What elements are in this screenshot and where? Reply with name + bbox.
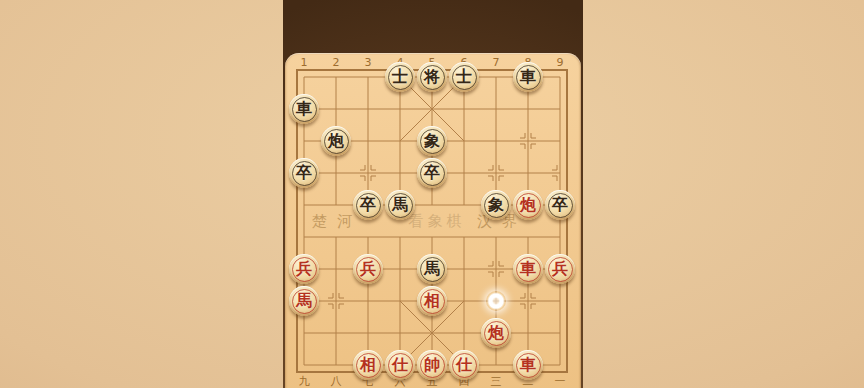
piece-glyph: 車 bbox=[520, 357, 536, 373]
piece-black-馬-4x4[interactable]: 馬 bbox=[385, 190, 415, 220]
piece-black-炮-2x2[interactable]: 炮 bbox=[321, 126, 351, 156]
piece-glyph: 馬 bbox=[392, 197, 408, 213]
piece-glyph: 車 bbox=[520, 261, 536, 277]
piece-black-象-7x4[interactable]: 象 bbox=[481, 190, 511, 220]
piece-glyph: 兵 bbox=[296, 261, 312, 277]
piece-red-炮-8x4[interactable]: 炮 bbox=[513, 190, 543, 220]
piece-glyph: 馬 bbox=[424, 261, 440, 277]
piece-glyph: 卒 bbox=[424, 165, 440, 181]
piece-red-炮-7x8[interactable]: 炮 bbox=[481, 318, 511, 348]
piece-glyph: 仕 bbox=[392, 357, 408, 373]
piece-glyph: 兵 bbox=[360, 261, 376, 277]
piece-black-卒-9x4[interactable]: 卒 bbox=[545, 190, 575, 220]
piece-glyph: 相 bbox=[424, 293, 440, 309]
piece-glyph: 炮 bbox=[328, 133, 344, 149]
app-screenshot: 1 2 3 4 5 6 7 8 9 九 八 七 六 五 四 三 二 一 楚河 汉… bbox=[283, 0, 583, 388]
move-indicator-dot[interactable] bbox=[486, 291, 506, 311]
piece-black-士-6x0[interactable]: 士 bbox=[449, 62, 479, 92]
piece-glyph: 仕 bbox=[456, 357, 472, 373]
piece-black-卒-5x3[interactable]: 卒 bbox=[417, 158, 447, 188]
piece-glyph: 卒 bbox=[552, 197, 568, 213]
piece-glyph: 兵 bbox=[552, 261, 568, 277]
piece-glyph: 将 bbox=[424, 69, 440, 85]
piece-red-車-8x9[interactable]: 車 bbox=[513, 350, 543, 380]
piece-glyph: 炮 bbox=[520, 197, 536, 213]
piece-red-帥-5x9[interactable]: 帥 bbox=[417, 350, 447, 380]
piece-glyph: 士 bbox=[456, 69, 472, 85]
piece-black-車-8x0[interactable]: 車 bbox=[513, 62, 543, 92]
piece-red-兵-3x6[interactable]: 兵 bbox=[353, 254, 383, 284]
piece-glyph: 卒 bbox=[360, 197, 376, 213]
pieces-layer: 士将士車車炮象卒卒卒馬象炮卒兵兵馬車兵馬相炮相仕帥仕車 bbox=[285, 53, 581, 388]
piece-red-仕-4x9[interactable]: 仕 bbox=[385, 350, 415, 380]
piece-black-象-5x2[interactable]: 象 bbox=[417, 126, 447, 156]
piece-red-仕-6x9[interactable]: 仕 bbox=[449, 350, 479, 380]
piece-glyph: 象 bbox=[424, 133, 440, 149]
piece-glyph: 車 bbox=[296, 101, 312, 117]
piece-black-将-5x0[interactable]: 将 bbox=[417, 62, 447, 92]
piece-black-卒-1x3[interactable]: 卒 bbox=[289, 158, 319, 188]
piece-red-馬-1x7[interactable]: 馬 bbox=[289, 286, 319, 316]
piece-glyph: 炮 bbox=[488, 325, 504, 341]
piece-glyph: 車 bbox=[520, 69, 536, 85]
piece-glyph: 象 bbox=[488, 197, 504, 213]
page-background: 1 2 3 4 5 6 7 8 9 九 八 七 六 五 四 三 二 一 楚河 汉… bbox=[0, 0, 864, 388]
board-panel: 1 2 3 4 5 6 7 8 9 九 八 七 六 五 四 三 二 一 楚河 汉… bbox=[285, 53, 581, 388]
piece-black-士-4x0[interactable]: 士 bbox=[385, 62, 415, 92]
piece-red-兵-9x6[interactable]: 兵 bbox=[545, 254, 575, 284]
piece-glyph: 相 bbox=[360, 357, 376, 373]
piece-red-兵-1x6[interactable]: 兵 bbox=[289, 254, 319, 284]
piece-red-車-8x6[interactable]: 車 bbox=[513, 254, 543, 284]
piece-glyph: 帥 bbox=[424, 357, 440, 373]
piece-glyph: 卒 bbox=[296, 165, 312, 181]
piece-red-相-3x9[interactable]: 相 bbox=[353, 350, 383, 380]
piece-black-車-1x1[interactable]: 車 bbox=[289, 94, 319, 124]
piece-black-卒-3x4[interactable]: 卒 bbox=[353, 190, 383, 220]
piece-black-馬-5x6[interactable]: 馬 bbox=[417, 254, 447, 284]
piece-glyph: 士 bbox=[392, 69, 408, 85]
piece-glyph: 馬 bbox=[296, 293, 312, 309]
piece-red-相-5x7[interactable]: 相 bbox=[417, 286, 447, 316]
